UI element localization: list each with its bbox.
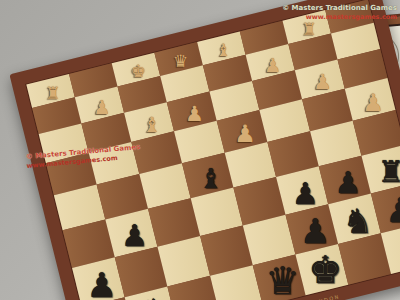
black-pawn-a7: ♟ bbox=[385, 193, 400, 227]
white-bishop-f3: ♝ bbox=[142, 115, 161, 136]
black-queen-d8: ♛ bbox=[266, 262, 300, 300]
watermark-line2: www.mastersgames.com bbox=[282, 13, 397, 21]
black-pawn-c6: ♟ bbox=[292, 179, 319, 209]
square-c8: ♚ bbox=[295, 244, 348, 295]
black-pawn-h7: ♟ bbox=[87, 268, 117, 300]
white-pawn-a4: ♟ bbox=[362, 91, 384, 115]
white-pawn-d4: ♟ bbox=[234, 122, 256, 146]
black-pawn-g6: ♟ bbox=[121, 221, 148, 251]
black-pawn-c7: ♟ bbox=[300, 214, 330, 248]
black-bishop-e5: ♝ bbox=[199, 165, 223, 192]
white-rook-h1: ♜ bbox=[45, 85, 60, 102]
photo-scene: 12369 12369 ♜♚♛♝♜♟♟♝♟♟♟♟♝♟♟♟♜♟♟♞♟♜♞♛♚ JA… bbox=[0, 0, 400, 300]
white-rook-b1: ♜ bbox=[301, 21, 316, 38]
black-knight-g8: ♞ bbox=[138, 294, 172, 300]
watermark-line1: © Masters Traditional Games bbox=[282, 4, 397, 13]
black-knight-b7: ♞ bbox=[343, 204, 373, 238]
black-pawn-b6: ♟ bbox=[335, 168, 362, 198]
white-pawn-b3: ♟ bbox=[313, 72, 332, 93]
watermark-top-right: © Masters Traditional Games www.mastersg… bbox=[282, 4, 397, 21]
black-king-c8: ♚ bbox=[308, 251, 342, 289]
black-rook-a6: ♜ bbox=[377, 157, 400, 187]
white-queen-e1: ♛ bbox=[173, 53, 188, 70]
white-pawn-e3: ♟ bbox=[185, 104, 204, 125]
white-king-f1: ♚ bbox=[130, 63, 145, 80]
white-pawn-g2: ♟ bbox=[93, 98, 110, 117]
white-bishop-d1: ♝ bbox=[216, 42, 231, 59]
white-pawn-c2: ♟ bbox=[264, 56, 281, 75]
